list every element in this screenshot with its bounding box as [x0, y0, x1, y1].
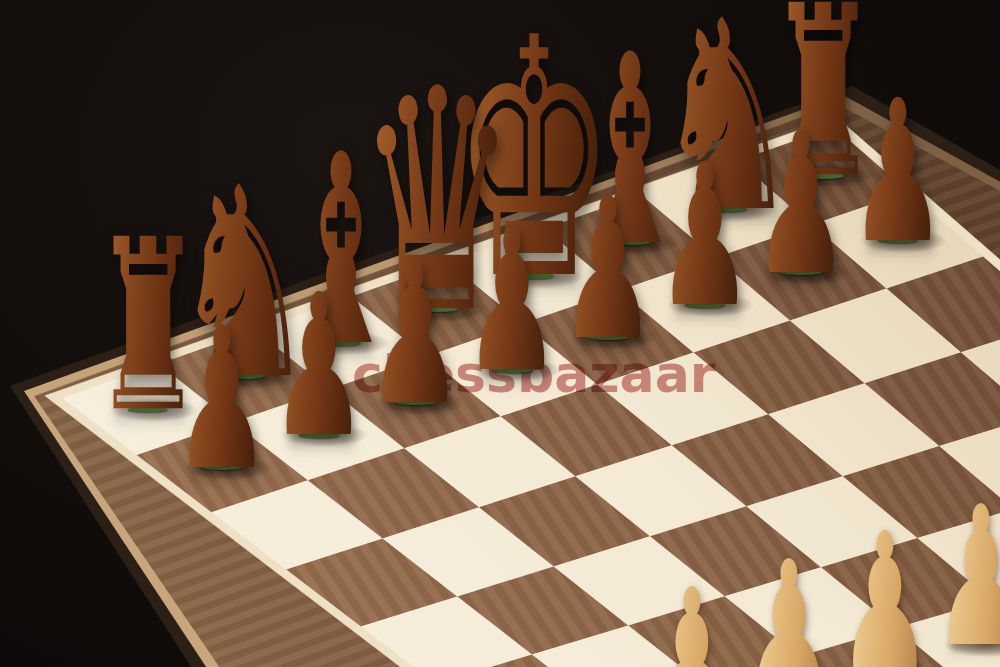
chess-board	[0, 0, 1000, 667]
watermark-text: chessbazaar	[352, 344, 715, 404]
scene: ♜♞♝♛♚♝♞♜♟♟♟♟♟♟♟♟♟♟♟♟ chessbazaar	[0, 0, 1000, 667]
